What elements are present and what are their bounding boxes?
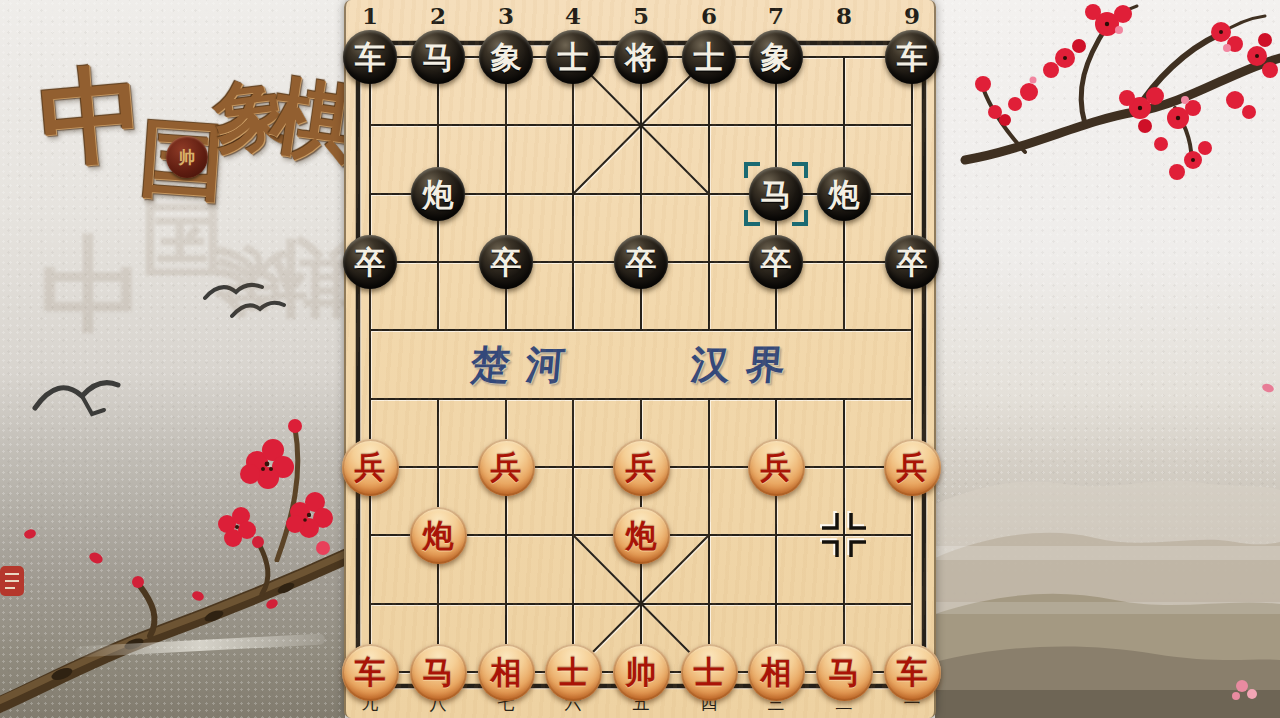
stray-petals <box>1220 378 1280 718</box>
plum-branch-top-right <box>935 0 1280 250</box>
app-window: 中 国 象 棋 帅 中 国 象 棋 <box>0 0 1280 718</box>
selected-piece-marker <box>346 0 938 718</box>
logo-seal-icon: 帅 <box>166 136 208 178</box>
logo-char: 中 <box>34 44 150 193</box>
app-logo-chinese-chess: 中 国 象 棋 帅 <box>18 30 338 230</box>
xiangqi-board[interactable]: 123456789 九八七六五四三二一 楚河 汉界 车马象士将士象车炮马炮卒卒卒… <box>344 0 936 718</box>
right-background-painting <box>935 0 1280 718</box>
plum-branch-bottom-left <box>0 518 352 718</box>
